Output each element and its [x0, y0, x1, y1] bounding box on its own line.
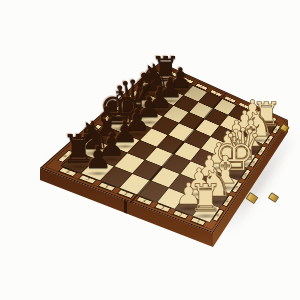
piece-black-pawn-h7[interactable]: ♟ [83, 143, 114, 174]
chess-set-photo: 88AA77BB66CC55DD44EE33FF22GG11HH ♜♟♞♟♝♟♛… [0, 0, 300, 300]
pieces-layer: ♜♟♞♟♝♟♛♟♟♚♜♟♟♝♞♟♟♝♞♟♟♛♜♟♟♚♟♝♟♞♟♜ [0, 0, 300, 300]
piece-white-rook-h1[interactable]: ♜ [187, 180, 224, 217]
